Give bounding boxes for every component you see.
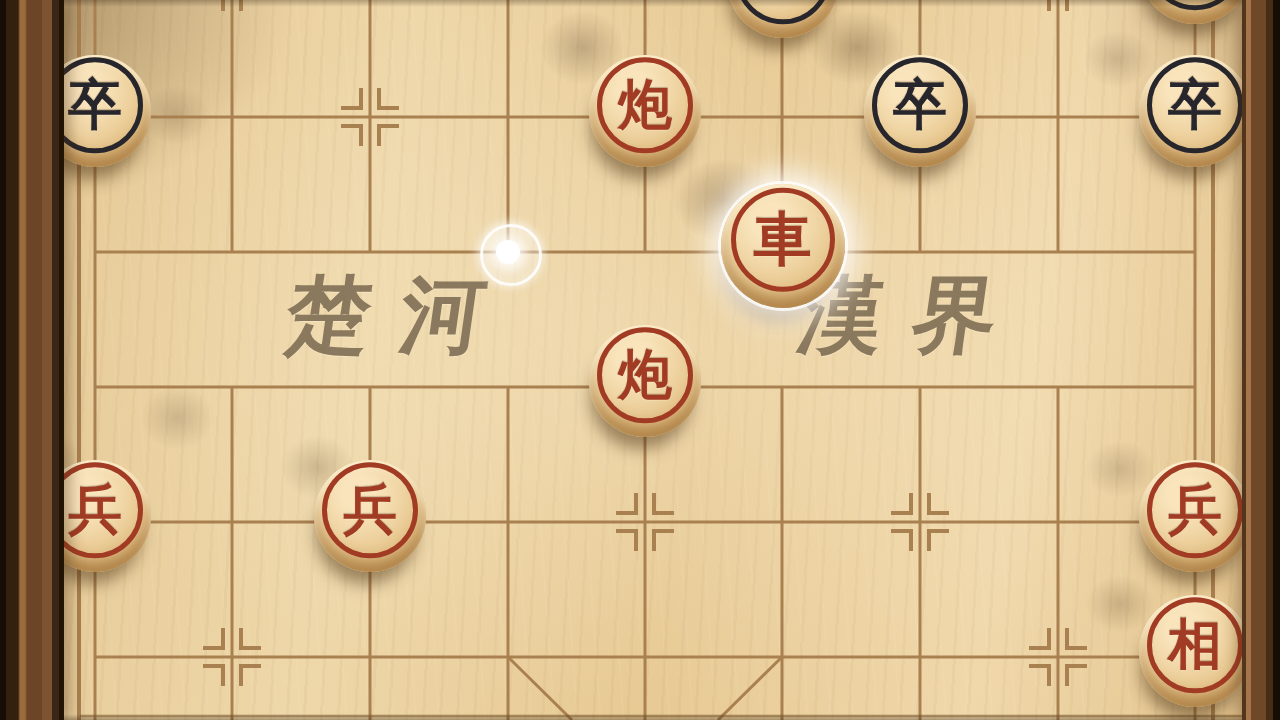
piece-ring: 卒 — [872, 57, 968, 153]
piece-ring: 車 — [731, 188, 835, 292]
piece-red-chariot-selected[interactable]: 車 — [721, 184, 845, 308]
piece-glyph: 卒 — [1168, 69, 1222, 142]
piece-glyph: 兵 — [343, 474, 397, 547]
piece-red-soldier[interactable]: 兵 — [314, 460, 426, 572]
piece-ring: 士 — [735, 0, 831, 24]
piece-ring: 象 — [1147, 0, 1243, 10]
wooden-frame-right — [1242, 0, 1280, 720]
piece-ring: 兵 — [322, 462, 418, 558]
piece-ring: 炮 — [597, 57, 693, 153]
piece-glyph: 兵 — [68, 474, 122, 547]
piece-black-soldier[interactable]: 卒 — [864, 55, 976, 167]
palace-diagonal — [718, 657, 782, 720]
wooden-frame-left — [0, 0, 64, 720]
piece-glyph: 炮 — [618, 339, 672, 412]
piece-ring: 相 — [1147, 597, 1243, 693]
river-text-left: 楚河 — [280, 268, 521, 364]
move-indicator-dot[interactable] — [496, 240, 520, 264]
piece-glyph: 卒 — [893, 69, 947, 142]
piece-red-soldier[interactable]: 兵 — [1139, 460, 1251, 572]
piece-glyph: 卒 — [68, 69, 122, 142]
piece-black-soldier[interactable]: 卒 — [1139, 55, 1251, 167]
piece-glyph: 車 — [754, 201, 812, 279]
piece-red-cannon[interactable]: 炮 — [589, 55, 701, 167]
piece-red-cannon[interactable]: 炮 — [589, 325, 701, 437]
palace-diagonal — [508, 657, 572, 720]
piece-red-elephant[interactable]: 相 — [1139, 595, 1251, 707]
piece-glyph: 兵 — [1168, 474, 1222, 547]
piece-ring: 卒 — [1147, 57, 1243, 153]
xiangqi-app: { "game": "xiangqi (Chinese chess)", "vi… — [0, 0, 1280, 720]
piece-ring: 兵 — [1147, 462, 1243, 558]
piece-glyph: 炮 — [618, 69, 672, 142]
piece-glyph: 相 — [1168, 609, 1222, 682]
piece-ring: 炮 — [597, 327, 693, 423]
piece-glyph: 士 — [756, 0, 810, 13]
